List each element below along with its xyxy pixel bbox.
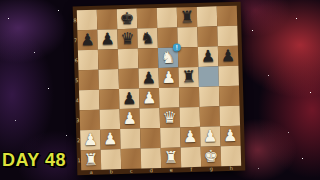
- square-f8[interactable]: ♜: [177, 7, 198, 28]
- square-b1[interactable]: [101, 149, 122, 170]
- white-king[interactable]: ♚: [203, 146, 218, 166]
- file-label-d: d: [141, 168, 161, 174]
- square-b3[interactable]: [100, 109, 121, 130]
- square-e2[interactable]: [160, 127, 181, 148]
- black-pawn[interactable]: ♟: [221, 45, 236, 65]
- square-d6[interactable]: [138, 48, 159, 69]
- black-pawn[interactable]: ♟: [201, 46, 216, 66]
- chess-board-assembly: 87654321 ♚♜♟♟♛♞♞!♟♟♟♟♜♟♟♟♛♟♟♟♟♟♜♜♚ abcde…: [73, 2, 246, 176]
- square-g6[interactable]: ♟: [198, 46, 219, 67]
- square-b7[interactable]: ♟: [97, 29, 118, 50]
- square-f4[interactable]: [179, 87, 200, 108]
- square-g2[interactable]: ♟: [200, 126, 221, 147]
- white-pawn[interactable]: ♟: [142, 88, 157, 108]
- square-d8[interactable]: [137, 8, 158, 29]
- white-pawn[interactable]: ♟: [83, 129, 98, 149]
- square-e3[interactable]: ♛: [160, 107, 181, 128]
- file-label-c: c: [121, 169, 141, 175]
- file-label-e: e: [161, 167, 181, 173]
- square-f5[interactable]: ♜: [178, 67, 199, 88]
- square-e4[interactable]: [159, 87, 180, 108]
- white-pawn[interactable]: ♟: [183, 126, 198, 146]
- black-rook[interactable]: ♜: [180, 6, 195, 26]
- black-queen[interactable]: ♛: [120, 28, 135, 48]
- black-pawn[interactable]: ♟: [122, 88, 137, 108]
- square-h8[interactable]: [217, 6, 238, 27]
- square-h6[interactable]: ♟: [218, 46, 239, 67]
- square-b5[interactable]: [98, 69, 119, 90]
- square-a4[interactable]: [79, 90, 100, 111]
- square-d5[interactable]: ♟: [138, 68, 159, 89]
- white-pawn[interactable]: ♟: [122, 108, 137, 128]
- square-c7[interactable]: ♛: [117, 29, 138, 50]
- file-label-a: a: [81, 170, 101, 176]
- white-queen[interactable]: ♛: [162, 107, 177, 127]
- black-pawn[interactable]: ♟: [100, 29, 115, 49]
- square-c5[interactable]: [118, 69, 139, 90]
- file-label-h: h: [221, 166, 241, 172]
- stars: [0, 0, 1, 1]
- square-d2[interactable]: [140, 128, 161, 149]
- square-h3[interactable]: [220, 106, 241, 127]
- square-e6[interactable]: ♞!: [158, 47, 179, 68]
- square-f6[interactable]: [178, 47, 199, 68]
- square-e1[interactable]: ♜: [161, 147, 182, 168]
- square-b6[interactable]: [98, 49, 119, 70]
- square-b2[interactable]: ♟: [100, 129, 121, 150]
- square-d3[interactable]: [140, 108, 161, 129]
- black-knight[interactable]: ♞: [140, 28, 155, 48]
- square-g1[interactable]: ♚: [201, 146, 222, 167]
- square-f7[interactable]: [177, 27, 198, 48]
- square-c2[interactable]: [120, 129, 141, 150]
- square-a1[interactable]: ♜: [81, 150, 102, 171]
- square-f2[interactable]: ♟: [180, 127, 201, 148]
- file-label-g: g: [201, 166, 221, 172]
- square-g7[interactable]: [197, 26, 218, 47]
- square-g4[interactable]: [199, 86, 220, 107]
- file-label-b: b: [101, 169, 121, 175]
- square-c4[interactable]: ♟: [119, 89, 140, 110]
- white-rook[interactable]: ♜: [163, 147, 178, 167]
- square-g8[interactable]: [197, 6, 218, 27]
- square-d7[interactable]: ♞: [137, 28, 158, 49]
- square-a2[interactable]: ♟: [80, 130, 101, 151]
- square-g3[interactable]: [200, 106, 221, 127]
- square-f1[interactable]: [181, 147, 202, 168]
- white-pawn[interactable]: ♟: [161, 67, 176, 87]
- square-h7[interactable]: [217, 26, 238, 47]
- square-e8[interactable]: [157, 7, 178, 28]
- white-pawn[interactable]: ♟: [103, 129, 118, 149]
- square-f3[interactable]: [180, 107, 201, 128]
- square-a8[interactable]: [77, 10, 98, 31]
- square-a7[interactable]: ♟: [77, 30, 98, 51]
- day-caption: DAY 48: [2, 150, 66, 171]
- file-label-f: f: [181, 167, 201, 173]
- black-pawn[interactable]: ♟: [80, 29, 95, 49]
- square-d1[interactable]: [141, 148, 162, 169]
- square-h1[interactable]: [221, 146, 242, 167]
- square-g5[interactable]: [198, 66, 219, 87]
- square-e5[interactable]: ♟: [158, 67, 179, 88]
- square-c8[interactable]: ♚: [117, 9, 138, 30]
- square-b4[interactable]: [99, 89, 120, 110]
- white-pawn[interactable]: ♟: [223, 125, 238, 145]
- square-c6[interactable]: [118, 49, 139, 70]
- square-h5[interactable]: [218, 66, 239, 87]
- square-a5[interactable]: [78, 70, 99, 91]
- square-a6[interactable]: [78, 50, 99, 71]
- black-king[interactable]: ♚: [120, 8, 135, 28]
- black-pawn[interactable]: ♟: [141, 68, 156, 88]
- video-frame: 87654321 ♚♜♟♟♛♞♞!♟♟♟♟♜♟♟♟♛♟♟♟♟♟♜♜♚ abcde…: [0, 0, 320, 180]
- square-a3[interactable]: [80, 110, 101, 131]
- chess-board[interactable]: ♚♜♟♟♛♞♞!♟♟♟♟♜♟♟♟♛♟♟♟♟♟♜♜♚: [77, 6, 241, 170]
- square-h2[interactable]: ♟: [220, 126, 241, 147]
- white-pawn[interactable]: ♟: [203, 126, 218, 146]
- square-b8[interactable]: [97, 9, 118, 30]
- black-rook[interactable]: ♜: [181, 66, 196, 86]
- square-d4[interactable]: ♟: [139, 88, 160, 109]
- white-rook[interactable]: ♜: [84, 149, 99, 169]
- square-h4[interactable]: [219, 86, 240, 107]
- square-c1[interactable]: [121, 149, 142, 170]
- square-c3[interactable]: ♟: [120, 109, 141, 130]
